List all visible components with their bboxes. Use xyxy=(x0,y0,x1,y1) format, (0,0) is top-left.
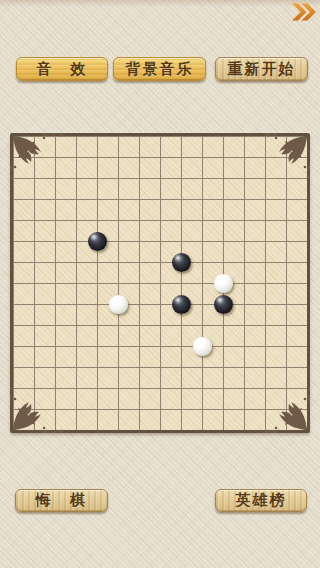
double-chevron-right-icon xyxy=(292,3,316,21)
black-stone xyxy=(214,295,233,314)
board-grid xyxy=(13,136,307,430)
white-stone xyxy=(214,274,233,293)
background-music-button[interactable]: 背景音乐 xyxy=(113,57,206,81)
sound-button-label: 音 效 xyxy=(37,60,88,79)
undo-move-button-label: 悔 棋 xyxy=(36,491,87,510)
game-screen: 音 效 背景音乐 重新开始 xyxy=(0,0,320,568)
background-music-button-label: 背景音乐 xyxy=(126,60,194,79)
leaderboard-button-label: 英雄榜 xyxy=(236,491,287,510)
sound-button[interactable]: 音 效 xyxy=(16,57,108,81)
white-stone xyxy=(109,295,128,314)
undo-move-button[interactable]: 悔 棋 xyxy=(15,489,108,512)
white-stone xyxy=(193,337,212,356)
restart-button-label: 重新开始 xyxy=(228,60,296,79)
leaderboard-button[interactable]: 英雄榜 xyxy=(215,489,307,512)
restart-button[interactable]: 重新开始 xyxy=(215,57,308,81)
black-stone xyxy=(172,295,191,314)
gomoku-board[interactable] xyxy=(10,133,310,433)
expand-chevron-icon[interactable] xyxy=(292,3,316,21)
black-stone xyxy=(88,232,107,251)
black-stone xyxy=(172,253,191,272)
